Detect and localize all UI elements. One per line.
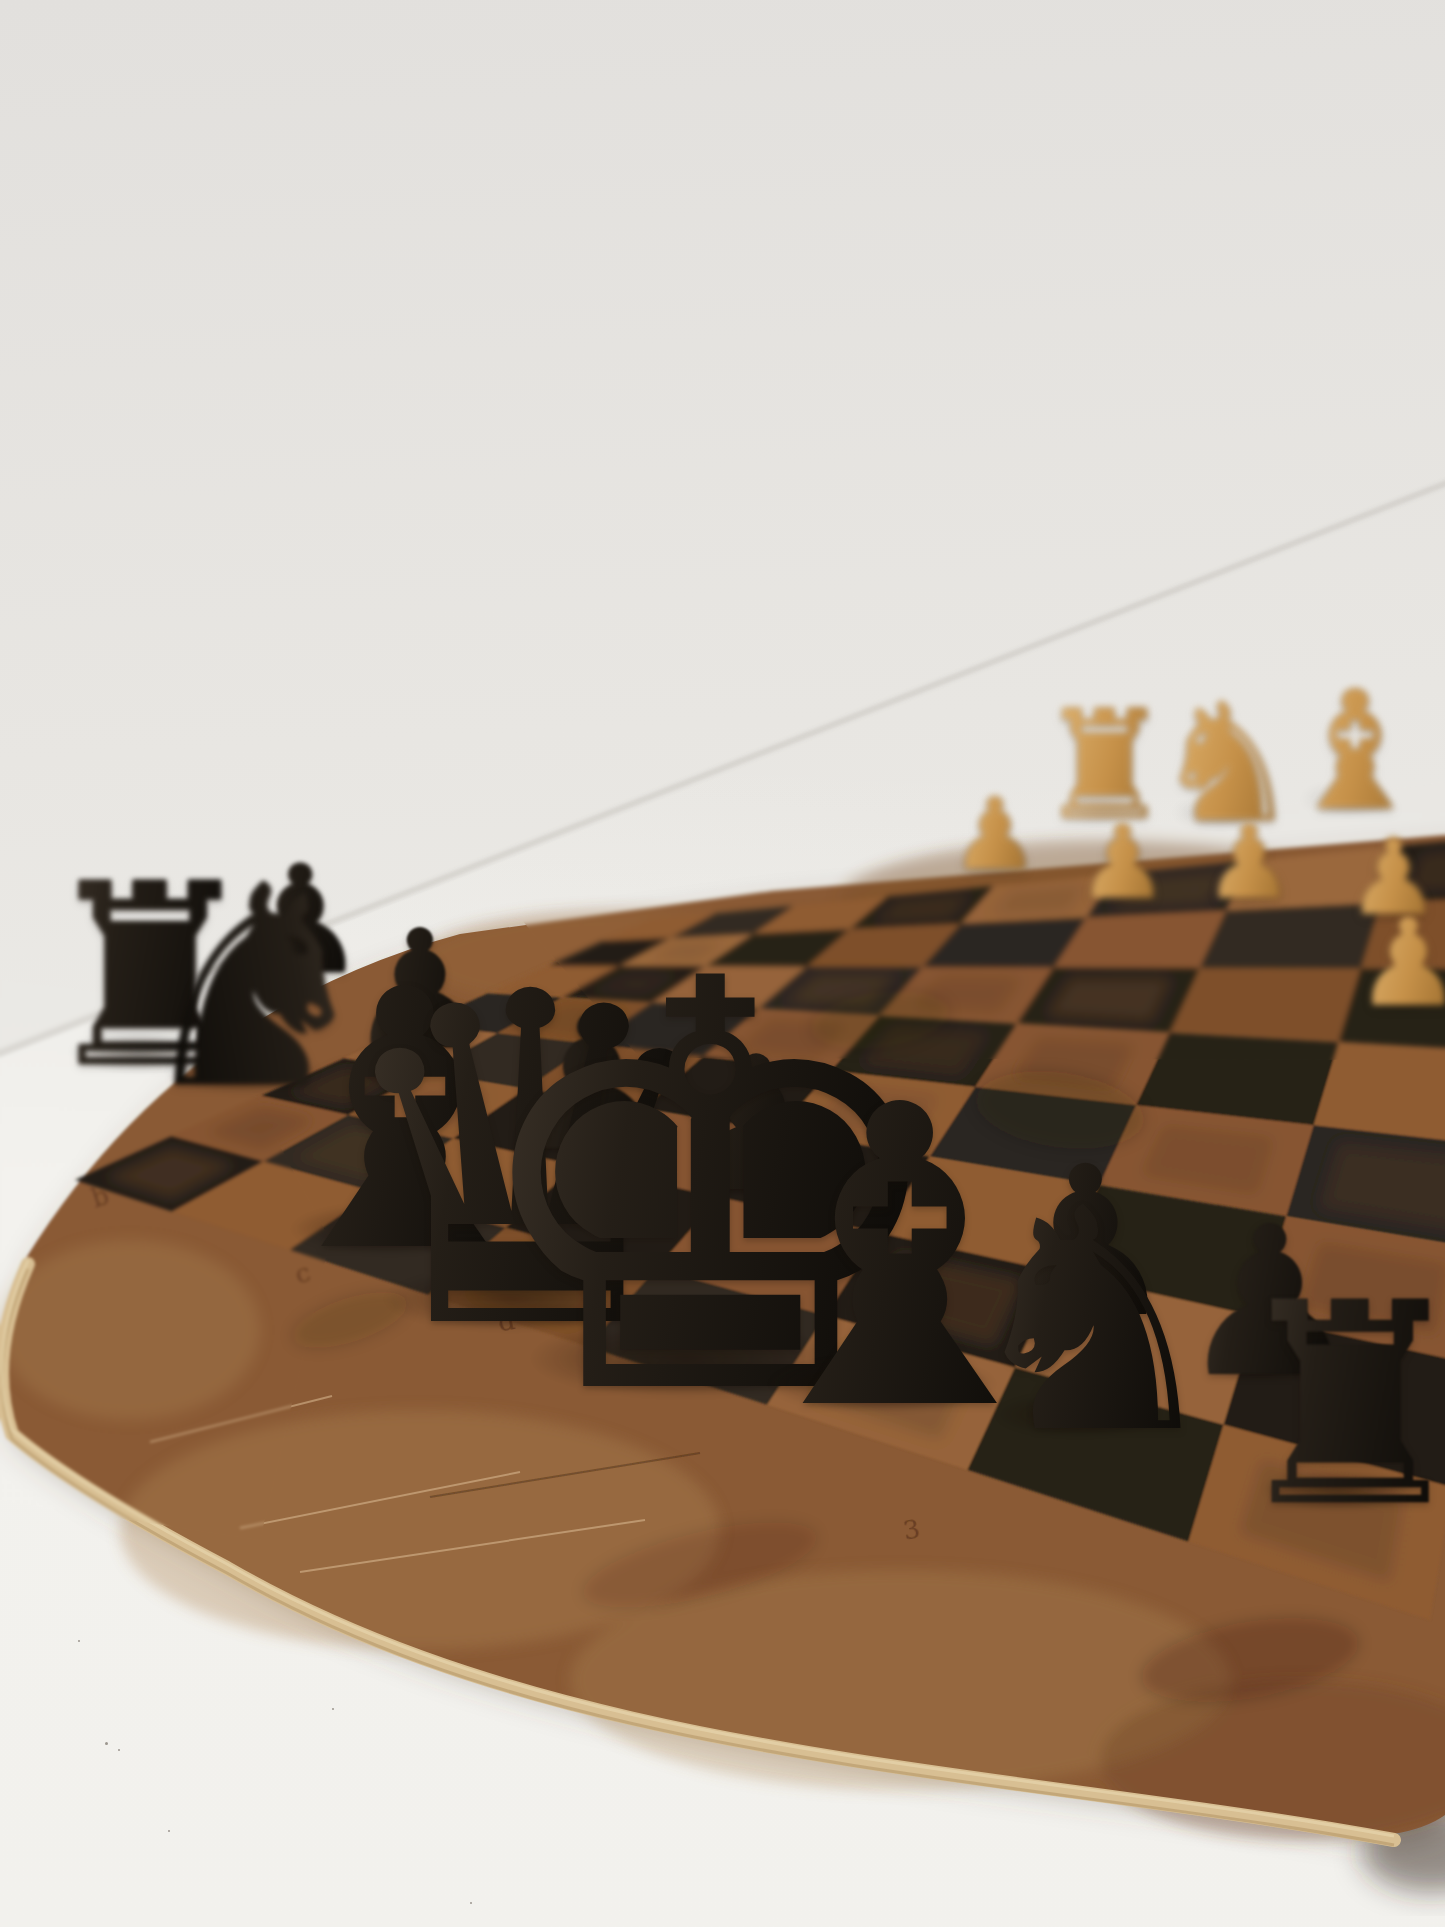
square-g7 xyxy=(1200,903,1381,969)
scene: bcd3 ♝♜♞♟♟♟♟♟♟♟♜♞♟♟♝♛♟♚♟♝♞♜ xyxy=(0,0,1445,1927)
chessboard-svg: bcd3 xyxy=(0,0,1445,1927)
square-g6 xyxy=(1170,968,1361,1043)
chessboard: bcd3 xyxy=(0,0,1445,1927)
